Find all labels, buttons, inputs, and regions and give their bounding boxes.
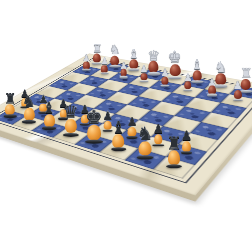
board-squares <box>0 59 252 178</box>
knight-top-icon: ♞ <box>214 61 227 76</box>
board-anchor <box>0 7 196 207</box>
rook-top-icon: ♜ <box>240 67 252 81</box>
product-photo-scene: ♜♞♝♛♚♝♞♜♟♟♟♟♟♟♟♟♟♟♟♟♟♟♟♟♜♞♝♛♚♝♞♜ <box>0 0 252 252</box>
